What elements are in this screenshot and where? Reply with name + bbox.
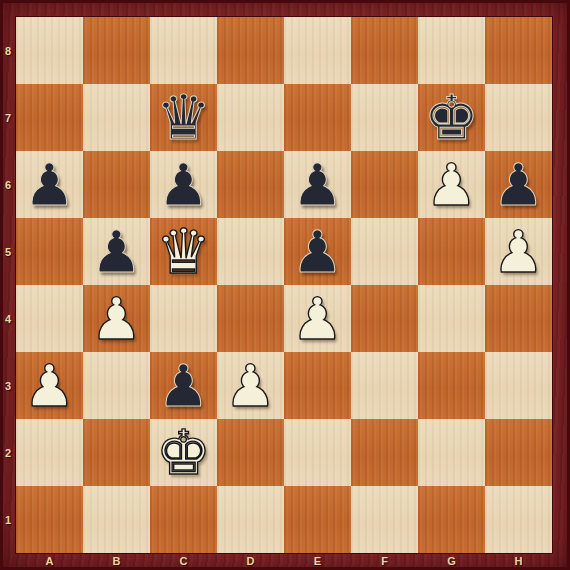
square-d8[interactable]	[217, 17, 284, 84]
square-f3[interactable]	[351, 352, 418, 419]
square-h5[interactable]: ♟	[485, 218, 552, 285]
square-f2[interactable]	[351, 419, 418, 486]
square-e4[interactable]: ♟	[284, 285, 351, 352]
square-g4[interactable]	[418, 285, 485, 352]
piece-white-pawn: ♟	[91, 290, 143, 348]
rank-label-1: 1	[0, 486, 16, 553]
file-label-g: G	[418, 553, 485, 569]
square-g6[interactable]: ♟	[418, 151, 485, 218]
square-f4[interactable]	[351, 285, 418, 352]
square-a3[interactable]: ♟	[16, 352, 83, 419]
square-b8[interactable]	[83, 17, 150, 84]
piece-black-pawn: ♟	[493, 156, 545, 214]
square-d6[interactable]	[217, 151, 284, 218]
square-b5[interactable]: ♟	[83, 218, 150, 285]
square-a1[interactable]	[16, 486, 83, 553]
square-c4[interactable]	[150, 285, 217, 352]
square-e2[interactable]	[284, 419, 351, 486]
piece-white-pawn: ♟	[493, 223, 545, 281]
square-h2[interactable]	[485, 419, 552, 486]
square-g7[interactable]: ♚	[418, 84, 485, 151]
file-label-c: C	[150, 553, 217, 569]
piece-white-pawn: ♟	[225, 357, 277, 415]
square-a7[interactable]	[16, 84, 83, 151]
file-label-a: A	[16, 553, 83, 569]
square-f6[interactable]	[351, 151, 418, 218]
piece-black-pawn: ♟	[24, 156, 76, 214]
square-f7[interactable]	[351, 84, 418, 151]
piece-white-pawn: ♟	[24, 357, 76, 415]
rank-label-8: 8	[0, 17, 16, 84]
square-a2[interactable]	[16, 419, 83, 486]
square-e7[interactable]	[284, 84, 351, 151]
square-f5[interactable]	[351, 218, 418, 285]
square-h6[interactable]: ♟	[485, 151, 552, 218]
square-b4[interactable]: ♟	[83, 285, 150, 352]
square-d4[interactable]	[217, 285, 284, 352]
file-label-b: B	[83, 553, 150, 569]
square-h1[interactable]	[485, 486, 552, 553]
piece-black-king: ♚	[424, 87, 480, 149]
file-label-d: D	[217, 553, 284, 569]
square-g1[interactable]	[418, 486, 485, 553]
square-f1[interactable]	[351, 486, 418, 553]
square-e3[interactable]	[284, 352, 351, 419]
square-a4[interactable]	[16, 285, 83, 352]
piece-white-pawn: ♟	[292, 290, 344, 348]
square-c5[interactable]: ♛	[150, 218, 217, 285]
square-c2[interactable]: ♚	[150, 419, 217, 486]
square-g3[interactable]	[418, 352, 485, 419]
square-e6[interactable]: ♟	[284, 151, 351, 218]
square-c3[interactable]: ♟	[150, 352, 217, 419]
square-d7[interactable]	[217, 84, 284, 151]
square-d3[interactable]: ♟	[217, 352, 284, 419]
square-c7[interactable]: ♛	[150, 84, 217, 151]
square-h8[interactable]	[485, 17, 552, 84]
square-c6[interactable]: ♟	[150, 151, 217, 218]
rank-labels: 87654321	[0, 17, 16, 553]
square-c8[interactable]	[150, 17, 217, 84]
square-f8[interactable]	[351, 17, 418, 84]
piece-black-pawn: ♟	[158, 357, 210, 415]
file-labels: ABCDEFGH	[16, 553, 552, 570]
square-a5[interactable]	[16, 218, 83, 285]
square-d1[interactable]	[217, 486, 284, 553]
square-c1[interactable]	[150, 486, 217, 553]
square-e5[interactable]: ♟	[284, 218, 351, 285]
square-a8[interactable]	[16, 17, 83, 84]
rank-label-7: 7	[0, 84, 16, 151]
file-label-e: E	[284, 553, 351, 569]
rank-label-2: 2	[0, 419, 16, 486]
square-e1[interactable]	[284, 486, 351, 553]
square-g5[interactable]	[418, 218, 485, 285]
rank-label-3: 3	[0, 352, 16, 419]
square-g8[interactable]	[418, 17, 485, 84]
square-e8[interactable]	[284, 17, 351, 84]
square-b1[interactable]	[83, 486, 150, 553]
square-h7[interactable]	[485, 84, 552, 151]
chess-board-frame: ♛♚♟♟♟♟♟♟♛♟♟♟♟♟♟♟♚ 87654321 ABCDEFGH	[0, 0, 570, 570]
rank-label-5: 5	[0, 218, 16, 285]
square-g2[interactable]	[418, 419, 485, 486]
piece-black-pawn: ♟	[158, 156, 210, 214]
square-d2[interactable]	[217, 419, 284, 486]
rank-label-6: 6	[0, 151, 16, 218]
piece-white-king: ♚	[156, 422, 212, 484]
square-b2[interactable]	[83, 419, 150, 486]
square-b6[interactable]	[83, 151, 150, 218]
file-label-h: H	[485, 553, 552, 569]
square-b3[interactable]	[83, 352, 150, 419]
piece-black-pawn: ♟	[292, 156, 344, 214]
rank-label-4: 4	[0, 285, 16, 352]
square-b7[interactable]	[83, 84, 150, 151]
chess-board: ♛♚♟♟♟♟♟♟♛♟♟♟♟♟♟♟♚	[16, 17, 552, 553]
square-a6[interactable]: ♟	[16, 151, 83, 218]
piece-black-pawn: ♟	[91, 223, 143, 281]
piece-white-queen: ♛	[156, 221, 212, 283]
piece-black-queen: ♛	[156, 87, 212, 149]
piece-white-pawn: ♟	[426, 156, 478, 214]
square-h4[interactable]	[485, 285, 552, 352]
square-d5[interactable]	[217, 218, 284, 285]
piece-black-pawn: ♟	[292, 223, 344, 281]
file-label-f: F	[351, 553, 418, 569]
square-h3[interactable]	[485, 352, 552, 419]
